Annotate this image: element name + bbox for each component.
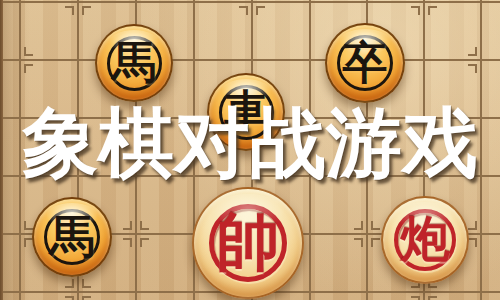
point-marker-3-bl	[411, 6, 420, 15]
point-marker-11-bl	[411, 296, 420, 300]
point-marker-9-tl	[468, 221, 477, 230]
red-cannon-piece[interactable]: 炮	[381, 196, 469, 284]
black-soldier-glyph: 卒	[343, 40, 388, 85]
point-marker-10-tr	[82, 279, 91, 288]
point-marker-7-bl	[123, 238, 132, 247]
xiangqi-splash-screen: 馬卒車馬帥炮 象棋对战游戏	[0, 0, 500, 300]
point-marker-8-br	[371, 238, 380, 247]
point-marker-1-br	[82, 6, 91, 15]
point-marker-7-tr	[140, 221, 149, 230]
red-cannon-glyph: 炮	[401, 215, 450, 264]
point-marker-9-bl	[468, 238, 477, 247]
piece-ring: 卒	[337, 35, 393, 91]
piece-ring: 馬	[44, 209, 100, 265]
point-marker-8-tr	[371, 221, 380, 230]
point-marker-4-tr	[24, 47, 33, 56]
point-marker-10-tl	[65, 279, 74, 288]
grid-hline-2	[0, 59, 500, 61]
black-horse-bottom-piece[interactable]: 馬	[32, 197, 112, 277]
piece-ring: 炮	[394, 209, 456, 271]
black-soldier-piece[interactable]: 卒	[325, 23, 405, 103]
point-marker-8-bl	[354, 238, 363, 247]
black-horse-bottom-glyph: 馬	[50, 214, 95, 259]
point-marker-3-br	[428, 6, 437, 15]
point-marker-6-tr	[24, 221, 33, 230]
point-marker-5-tl	[468, 47, 477, 56]
black-horse-top-piece[interactable]: 馬	[95, 24, 173, 102]
piece-ring: 帥	[209, 204, 287, 282]
piece-ring: 馬	[107, 36, 162, 91]
game-title: 象棋对战游戏	[0, 101, 500, 185]
point-marker-8-tl	[354, 221, 363, 230]
point-marker-7-br	[140, 238, 149, 247]
point-marker-5-bl	[468, 64, 477, 73]
point-marker-10-bl	[65, 296, 74, 300]
black-horse-top-glyph: 馬	[112, 40, 156, 84]
point-marker-7-tl	[123, 221, 132, 230]
red-general-glyph: 帥	[217, 211, 280, 274]
point-marker-1-bl	[65, 6, 74, 15]
point-marker-2-bl	[239, 6, 248, 15]
red-general-piece[interactable]: 帥	[192, 187, 304, 299]
point-marker-2-br	[256, 6, 265, 15]
point-marker-11-br	[428, 296, 437, 300]
point-marker-10-br	[82, 296, 91, 300]
point-marker-4-br	[24, 64, 33, 73]
grid-hline-1	[0, 1, 500, 3]
